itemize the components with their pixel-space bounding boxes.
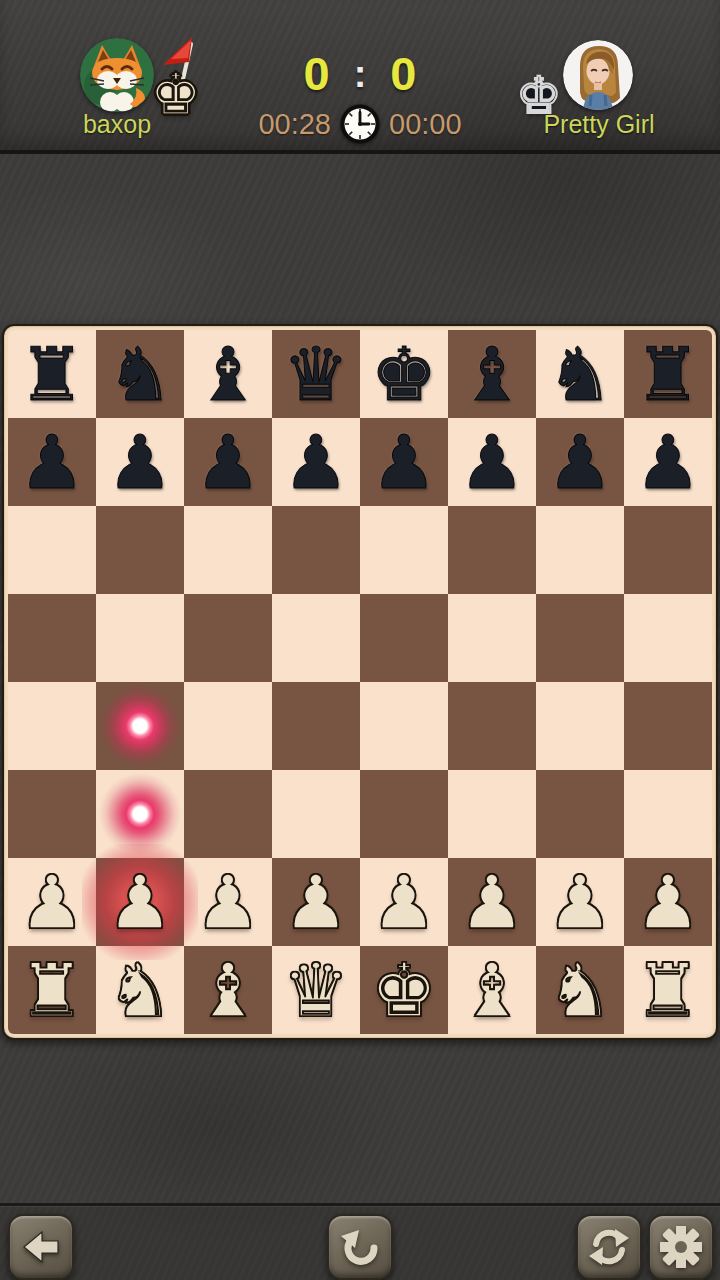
white-bishop[interactable]: ♝ bbox=[459, 953, 525, 1027]
square-f7[interactable]: ♟ bbox=[448, 418, 536, 506]
black-bishop[interactable]: ♝ bbox=[459, 337, 525, 411]
square-b4[interactable] bbox=[96, 682, 184, 770]
chess-app-screen: baxop ♚ 0:0 00:28 bbox=[0, 0, 720, 1280]
chess-board[interactable]: ♜♞♝♛♚♝♞♜♟♟♟♟♟♟♟♟♟♟♟♟♟♟♟♟♜♞♝♛♚♝♞♜ bbox=[8, 330, 712, 1034]
black-knight[interactable]: ♞ bbox=[107, 337, 173, 411]
square-f2[interactable]: ♟ bbox=[448, 858, 536, 946]
square-g6[interactable] bbox=[536, 506, 624, 594]
square-f6[interactable] bbox=[448, 506, 536, 594]
white-pawn[interactable]: ♟ bbox=[107, 865, 173, 939]
square-f4[interactable] bbox=[448, 682, 536, 770]
white-timer: 00:28 bbox=[258, 108, 331, 141]
square-h3[interactable] bbox=[624, 770, 712, 858]
clock-icon bbox=[340, 104, 380, 144]
square-b2[interactable]: ♟ bbox=[96, 858, 184, 946]
white-knight[interactable]: ♞ bbox=[547, 953, 613, 1027]
black-king[interactable]: ♚ bbox=[371, 337, 437, 411]
square-a3[interactable] bbox=[8, 770, 96, 858]
square-a1[interactable]: ♜ bbox=[8, 946, 96, 1034]
black-pawn[interactable]: ♟ bbox=[635, 425, 701, 499]
girl-avatar-image bbox=[563, 40, 633, 110]
square-a5[interactable] bbox=[8, 594, 96, 682]
square-d2[interactable]: ♟ bbox=[272, 858, 360, 946]
square-a2[interactable]: ♟ bbox=[8, 858, 96, 946]
square-e1[interactable]: ♚ bbox=[360, 946, 448, 1034]
black-pawn[interactable]: ♟ bbox=[459, 425, 525, 499]
square-f5[interactable] bbox=[448, 594, 536, 682]
square-d1[interactable]: ♛ bbox=[272, 946, 360, 1034]
square-f1[interactable]: ♝ bbox=[448, 946, 536, 1034]
black-pawn[interactable]: ♟ bbox=[19, 425, 85, 499]
black-pawn[interactable]: ♟ bbox=[107, 425, 173, 499]
square-a6[interactable] bbox=[8, 506, 96, 594]
black-pawn[interactable]: ♟ bbox=[195, 425, 261, 499]
square-h8[interactable]: ♜ bbox=[624, 330, 712, 418]
legal-move-dot-b3[interactable] bbox=[96, 770, 184, 858]
white-pawn[interactable]: ♟ bbox=[371, 865, 437, 939]
square-g5[interactable] bbox=[536, 594, 624, 682]
score-right: 0 bbox=[390, 46, 416, 101]
square-e8[interactable]: ♚ bbox=[360, 330, 448, 418]
legal-move-dot-b4[interactable] bbox=[96, 682, 184, 770]
square-f8[interactable]: ♝ bbox=[448, 330, 536, 418]
square-g8[interactable]: ♞ bbox=[536, 330, 624, 418]
white-king[interactable]: ♚ bbox=[371, 953, 437, 1027]
white-queen[interactable]: ♛ bbox=[283, 953, 349, 1027]
square-h1[interactable]: ♜ bbox=[624, 946, 712, 1034]
square-e7[interactable]: ♟ bbox=[360, 418, 448, 506]
square-b6[interactable] bbox=[96, 506, 184, 594]
back-button[interactable] bbox=[8, 1214, 74, 1280]
square-c6[interactable] bbox=[184, 506, 272, 594]
square-b3[interactable] bbox=[96, 770, 184, 858]
square-b8[interactable]: ♞ bbox=[96, 330, 184, 418]
white-knight[interactable]: ♞ bbox=[107, 953, 173, 1027]
black-pawn[interactable]: ♟ bbox=[283, 425, 349, 499]
square-c8[interactable]: ♝ bbox=[184, 330, 272, 418]
settings-button[interactable] bbox=[648, 1214, 714, 1280]
square-e3[interactable] bbox=[360, 770, 448, 858]
square-a4[interactable] bbox=[8, 682, 96, 770]
header: baxop ♚ 0:0 00:28 bbox=[0, 0, 720, 154]
square-d8[interactable]: ♛ bbox=[272, 330, 360, 418]
square-e4[interactable] bbox=[360, 682, 448, 770]
square-c1[interactable]: ♝ bbox=[184, 946, 272, 1034]
rotate-refresh-icon bbox=[589, 1227, 629, 1267]
black-pawn[interactable]: ♟ bbox=[547, 425, 613, 499]
white-pawn[interactable]: ♟ bbox=[283, 865, 349, 939]
square-h2[interactable]: ♟ bbox=[624, 858, 712, 946]
white-rook[interactable]: ♜ bbox=[19, 953, 85, 1027]
square-h5[interactable] bbox=[624, 594, 712, 682]
black-pawn[interactable]: ♟ bbox=[371, 425, 437, 499]
square-b7[interactable]: ♟ bbox=[96, 418, 184, 506]
square-c5[interactable] bbox=[184, 594, 272, 682]
square-g1[interactable]: ♞ bbox=[536, 946, 624, 1034]
square-h4[interactable] bbox=[624, 682, 712, 770]
square-g4[interactable] bbox=[536, 682, 624, 770]
square-e6[interactable] bbox=[360, 506, 448, 594]
square-g2[interactable]: ♟ bbox=[536, 858, 624, 946]
square-h7[interactable]: ♟ bbox=[624, 418, 712, 506]
white-rook[interactable]: ♜ bbox=[635, 953, 701, 1027]
chess-board-frame: ♜♞♝♛♚♝♞♜♟♟♟♟♟♟♟♟♟♟♟♟♟♟♟♟♜♞♝♛♚♝♞♜ bbox=[2, 324, 718, 1040]
black-rook[interactable]: ♜ bbox=[19, 337, 85, 411]
black-player-avatar bbox=[563, 40, 633, 110]
black-player-name: Pretty Girl bbox=[514, 110, 684, 139]
square-e2[interactable]: ♟ bbox=[360, 858, 448, 946]
black-timer: 00:00 bbox=[389, 108, 462, 141]
square-b5[interactable] bbox=[96, 594, 184, 682]
square-c3[interactable] bbox=[184, 770, 272, 858]
square-d4[interactable] bbox=[272, 682, 360, 770]
bottom-toolbar bbox=[0, 1203, 720, 1280]
square-e5[interactable] bbox=[360, 594, 448, 682]
score-separator: : bbox=[354, 53, 367, 96]
flip-board-button[interactable] bbox=[576, 1214, 642, 1280]
square-c4[interactable] bbox=[184, 682, 272, 770]
white-bishop[interactable]: ♝ bbox=[195, 953, 261, 1027]
square-f3[interactable] bbox=[448, 770, 536, 858]
square-g3[interactable] bbox=[536, 770, 624, 858]
square-d7[interactable]: ♟ bbox=[272, 418, 360, 506]
square-a7[interactable]: ♟ bbox=[8, 418, 96, 506]
white-pawn[interactable]: ♟ bbox=[195, 865, 261, 939]
square-c2[interactable]: ♟ bbox=[184, 858, 272, 946]
white-pawn[interactable]: ♟ bbox=[459, 865, 525, 939]
black-queen[interactable]: ♛ bbox=[283, 337, 349, 411]
score-left: 0 bbox=[304, 46, 330, 101]
square-g7[interactable]: ♟ bbox=[536, 418, 624, 506]
square-d6[interactable] bbox=[272, 506, 360, 594]
back-arrow-icon bbox=[21, 1227, 61, 1267]
black-knight[interactable]: ♞ bbox=[547, 337, 613, 411]
square-d3[interactable] bbox=[272, 770, 360, 858]
square-c7[interactable]: ♟ bbox=[184, 418, 272, 506]
white-pawn[interactable]: ♟ bbox=[19, 865, 85, 939]
undo-arrow-icon bbox=[340, 1227, 380, 1267]
black-bishop[interactable]: ♝ bbox=[195, 337, 261, 411]
white-pawn[interactable]: ♟ bbox=[635, 865, 701, 939]
square-a8[interactable]: ♜ bbox=[8, 330, 96, 418]
gear-icon bbox=[660, 1226, 702, 1268]
white-pawn[interactable]: ♟ bbox=[547, 865, 613, 939]
square-b1[interactable]: ♞ bbox=[96, 946, 184, 1034]
square-h6[interactable] bbox=[624, 506, 712, 594]
undo-button[interactable] bbox=[327, 1214, 393, 1280]
black-rook[interactable]: ♜ bbox=[635, 337, 701, 411]
square-d5[interactable] bbox=[272, 594, 360, 682]
